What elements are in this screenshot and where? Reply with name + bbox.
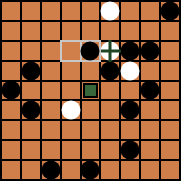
cell-r6c6[interactable] [121, 121, 139, 139]
cell-r6c7[interactable] [141, 121, 159, 139]
cell-r6c8[interactable] [161, 121, 179, 139]
cell-r5c2[interactable] [42, 101, 60, 119]
black-stone [121, 101, 140, 120]
white-stone [101, 1, 120, 20]
black-stone [141, 81, 160, 100]
cell-r1c0[interactable] [2, 22, 20, 40]
cell-r3c0[interactable] [2, 62, 20, 80]
cell-r4c0[interactable] [2, 82, 20, 100]
cell-r1c8[interactable] [161, 22, 179, 40]
cell-r2c6[interactable] [121, 42, 139, 60]
cell-r7c2[interactable] [42, 141, 60, 159]
cell-r3c5[interactable] [101, 62, 119, 80]
cell-r0c5[interactable] [101, 2, 119, 20]
black-stone [161, 1, 180, 20]
cell-r4c7[interactable] [141, 82, 159, 100]
cell-r0c2[interactable] [42, 2, 60, 20]
cell-r3c7[interactable] [141, 62, 159, 80]
cell-r6c1[interactable] [22, 121, 40, 139]
cell-r4c5[interactable] [101, 82, 119, 100]
cell-r5c7[interactable] [141, 101, 159, 119]
black-stone [81, 41, 100, 60]
cell-r6c4[interactable] [82, 121, 100, 139]
cell-r2c7[interactable] [141, 42, 159, 60]
cell-r0c8[interactable] [161, 2, 179, 20]
cell-r3c4[interactable] [82, 62, 100, 80]
cell-r1c3[interactable] [62, 22, 80, 40]
cell-r1c6[interactable] [121, 22, 139, 40]
cell-r6c5[interactable] [101, 121, 119, 139]
cell-r4c1[interactable] [22, 82, 40, 100]
cell-r5c4[interactable] [82, 101, 100, 119]
cell-r8c2[interactable] [42, 161, 60, 179]
cell-r2c8[interactable] [161, 42, 179, 60]
cell-r4c4[interactable] [82, 82, 100, 100]
cell-r7c3[interactable] [62, 141, 80, 159]
cell-r5c8[interactable] [161, 101, 179, 119]
black-stone [21, 101, 40, 120]
cell-r7c5[interactable] [101, 141, 119, 159]
black-stone [121, 141, 140, 160]
cell-r1c7[interactable] [141, 22, 159, 40]
black-stone [1, 81, 20, 100]
cell-r8c0[interactable] [2, 161, 20, 179]
cell-r8c1[interactable] [22, 161, 40, 179]
cell-r4c6[interactable] [121, 82, 139, 100]
black-stone [101, 61, 120, 80]
cell-r2c5[interactable] [101, 42, 119, 60]
cell-r7c6[interactable] [121, 141, 139, 159]
cell-r8c5[interactable] [101, 161, 119, 179]
cell-r1c1[interactable] [22, 22, 40, 40]
cell-r3c8[interactable] [161, 62, 179, 80]
cell-r5c1[interactable] [22, 101, 40, 119]
black-stone [81, 161, 100, 180]
cell-r5c0[interactable] [2, 101, 20, 119]
cross-marker-icon [109, 40, 112, 62]
cell-r5c3[interactable] [62, 101, 80, 119]
black-stone [121, 41, 140, 60]
cell-r3c6[interactable] [121, 62, 139, 80]
cell-r5c5[interactable] [101, 101, 119, 119]
cell-r2c0[interactable] [2, 42, 20, 60]
black-stone [141, 41, 160, 60]
cell-r3c2[interactable] [42, 62, 60, 80]
cell-r4c8[interactable] [161, 82, 179, 100]
cell-r0c7[interactable] [141, 2, 159, 20]
black-stone [41, 161, 60, 180]
cell-r0c0[interactable] [2, 2, 20, 20]
cell-r0c6[interactable] [121, 2, 139, 20]
green-square-marker [83, 83, 99, 99]
cell-r6c3[interactable] [62, 121, 80, 139]
cell-r8c4[interactable] [82, 161, 100, 179]
cell-r5c6[interactable] [121, 101, 139, 119]
cell-r8c3[interactable] [62, 161, 80, 179]
cell-r7c0[interactable] [2, 141, 20, 159]
cell-r4c2[interactable] [42, 82, 60, 100]
cell-r2c2[interactable] [42, 42, 60, 60]
cell-r0c4[interactable] [82, 2, 100, 20]
game-board [0, 0, 181, 181]
cell-r0c1[interactable] [22, 2, 40, 20]
cell-r7c8[interactable] [161, 141, 179, 159]
cell-r1c4[interactable] [82, 22, 100, 40]
cell-r8c6[interactable] [121, 161, 139, 179]
cell-r6c0[interactable] [2, 121, 20, 139]
white-stone [61, 101, 80, 120]
cell-r6c2[interactable] [42, 121, 60, 139]
cell-r3c1[interactable] [22, 62, 40, 80]
cell-r3c3[interactable] [62, 62, 80, 80]
cell-r7c7[interactable] [141, 141, 159, 159]
cell-r7c1[interactable] [22, 141, 40, 159]
cell-r1c2[interactable] [42, 22, 60, 40]
cell-r1c5[interactable] [101, 22, 119, 40]
cell-r8c7[interactable] [141, 161, 159, 179]
cell-r8c8[interactable] [161, 161, 179, 179]
black-stone [21, 61, 40, 80]
cell-r4c3[interactable] [62, 82, 80, 100]
cell-r2c4[interactable] [82, 42, 100, 60]
cell-r7c4[interactable] [82, 141, 100, 159]
cell-r2c1[interactable] [22, 42, 40, 60]
cell-r2c3[interactable] [62, 42, 80, 60]
white-stone [121, 61, 140, 80]
cell-r0c3[interactable] [62, 2, 80, 20]
